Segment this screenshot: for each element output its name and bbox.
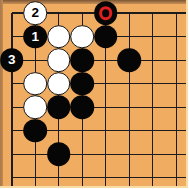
stone-white-2-4 bbox=[23, 72, 47, 96]
intersection-7-8 bbox=[141, 166, 165, 188]
intersection-5-5 bbox=[94, 96, 118, 120]
stone-white-3-2 bbox=[47, 25, 71, 49]
intersection-7-2 bbox=[141, 25, 165, 49]
intersection-3-6 bbox=[47, 119, 71, 143]
intersection-6-4 bbox=[118, 72, 142, 96]
intersection-8-7 bbox=[165, 143, 189, 167]
intersection-2-7 bbox=[24, 143, 48, 167]
intersection-5-8 bbox=[94, 166, 118, 188]
intersection-8-4 bbox=[165, 72, 189, 96]
intersection-6-1 bbox=[118, 2, 142, 26]
intersection-6-8 bbox=[118, 166, 142, 188]
stone-black-3-5 bbox=[47, 95, 71, 119]
intersection-5-6 bbox=[94, 119, 118, 143]
go-board: 213 bbox=[0, 2, 188, 189]
intersection-2-8 bbox=[24, 166, 48, 188]
move-number-label: 3 bbox=[8, 54, 16, 68]
stone-black-3-7 bbox=[47, 142, 71, 166]
stone-white-3-4 bbox=[47, 72, 71, 96]
intersection-4-6 bbox=[71, 119, 95, 143]
intersection-7-1 bbox=[141, 2, 165, 26]
stone-black-1-3-move-3: 3 bbox=[0, 48, 24, 72]
intersection-8-1 bbox=[165, 2, 189, 26]
stone-black-5-2 bbox=[94, 25, 118, 49]
intersection-1-7 bbox=[0, 143, 24, 167]
stone-black-6-3 bbox=[117, 48, 141, 72]
intersection-4-8 bbox=[71, 166, 95, 188]
intersection-1-2 bbox=[0, 25, 24, 49]
stone-black-4-4 bbox=[70, 72, 94, 96]
intersection-3-1 bbox=[47, 2, 71, 26]
intersection-6-5 bbox=[118, 96, 142, 120]
intersection-1-8 bbox=[0, 166, 24, 188]
stone-white-4-2 bbox=[70, 25, 94, 49]
move-number-label: 2 bbox=[31, 7, 39, 21]
intersection-4-7 bbox=[71, 143, 95, 167]
intersection-5-3 bbox=[94, 49, 118, 73]
intersection-7-5 bbox=[141, 96, 165, 120]
intersection-1-5 bbox=[0, 96, 24, 120]
intersection-2-3 bbox=[24, 49, 48, 73]
stone-black-4-3 bbox=[70, 48, 94, 72]
intersection-8-5 bbox=[165, 96, 189, 120]
go-diagram: 213 bbox=[0, 0, 188, 188]
intersection-6-2 bbox=[118, 25, 142, 49]
stone-black-4-5 bbox=[70, 95, 94, 119]
stone-white-2-5 bbox=[23, 95, 47, 119]
intersection-7-3 bbox=[141, 49, 165, 73]
intersection-1-4 bbox=[0, 72, 24, 96]
intersection-8-2 bbox=[165, 25, 189, 49]
board-bottom-crop-edge bbox=[0, 186, 188, 188]
stone-white-3-3 bbox=[47, 48, 71, 72]
intersection-4-1 bbox=[71, 2, 95, 26]
stone-black-5-1-marked bbox=[94, 1, 118, 25]
intersection-7-4 bbox=[141, 72, 165, 96]
intersection-8-8 bbox=[165, 166, 189, 188]
intersection-7-7 bbox=[141, 143, 165, 167]
intersection-1-1 bbox=[0, 2, 24, 26]
intersection-5-4 bbox=[94, 72, 118, 96]
stone-white-2-1-move-2: 2 bbox=[23, 1, 47, 25]
intersection-1-6 bbox=[0, 119, 24, 143]
intersection-6-7 bbox=[118, 143, 142, 167]
intersection-3-8 bbox=[47, 166, 71, 188]
intersection-8-3 bbox=[165, 49, 189, 73]
stone-black-2-2-move-1: 1 bbox=[23, 25, 47, 49]
intersection-6-6 bbox=[118, 119, 142, 143]
circle-marker-icon bbox=[99, 7, 112, 20]
board-right-crop-edge bbox=[186, 0, 188, 188]
move-number-label: 1 bbox=[31, 30, 39, 44]
stone-black-2-6 bbox=[23, 119, 47, 143]
intersection-8-6 bbox=[165, 119, 189, 143]
intersection-7-6 bbox=[141, 119, 165, 143]
intersection-5-7 bbox=[94, 143, 118, 167]
